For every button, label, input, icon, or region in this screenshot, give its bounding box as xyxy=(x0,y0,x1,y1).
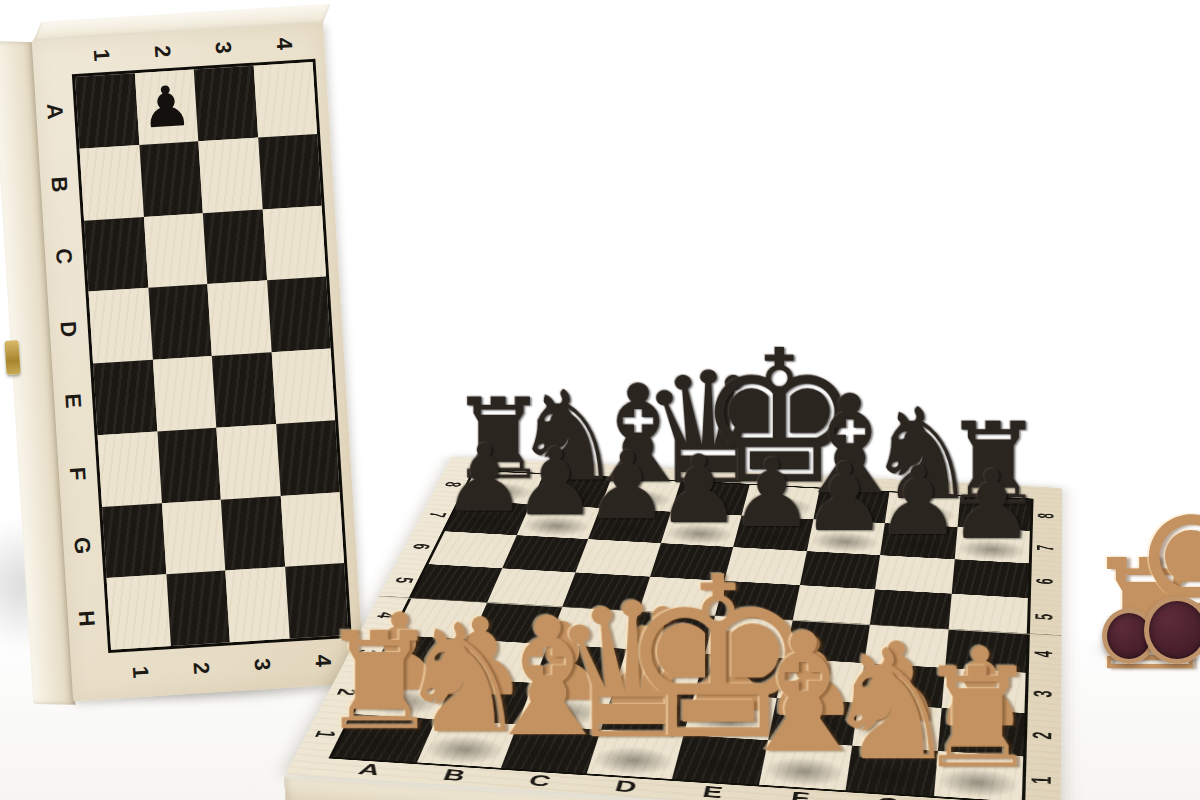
square-d8 xyxy=(671,481,750,515)
folded-side-label-a: A xyxy=(17,93,91,129)
folded-top-label-3: 3 xyxy=(206,16,240,79)
folded-bottom-label-1: 1 xyxy=(121,641,159,704)
square-f8 xyxy=(813,489,889,523)
folded-bottom-label-3: 3 xyxy=(243,633,281,696)
folded-top-label-4: 4 xyxy=(267,12,301,75)
square-f7 xyxy=(806,519,884,555)
folded-square-r2c2 xyxy=(203,209,267,284)
folded-square-r5c1 xyxy=(157,428,221,503)
folded-square-r4c1 xyxy=(152,356,216,431)
folded-side-label-b: B xyxy=(22,166,96,202)
folded-side-label-h: H xyxy=(49,600,123,636)
square-g6 xyxy=(875,555,954,593)
folded-square-r6c1 xyxy=(161,499,225,574)
folded-square-r5c2 xyxy=(216,424,280,499)
open-board-scene: ABCDEFGH 87654321 87654321 ♜♞♝♛♚♝♞♜♟♟♟♟♟… xyxy=(300,350,1140,800)
folded-square-r3c2 xyxy=(207,281,271,356)
folded-side-label-c: C xyxy=(26,238,100,274)
rank-label-left-8: 8 xyxy=(414,477,489,493)
brass-hinge xyxy=(4,340,20,375)
folded-top-label-1: 1 xyxy=(84,24,118,87)
square-g7 xyxy=(880,523,957,559)
rank-label-left-7: 7 xyxy=(398,506,475,523)
open-chess-board: ABCDEFGH 87654321 87654321 ♜♞♝♛♚♝♞♜♟♟♟♟♟… xyxy=(286,457,1063,800)
square-e8 xyxy=(742,485,820,519)
folded-square-r1c2 xyxy=(198,137,262,212)
folded-side-label-e: E xyxy=(35,383,109,419)
folded-square-r7c1 xyxy=(166,571,230,646)
rank-label-left-6: 6 xyxy=(381,538,460,555)
folded-side-label-f: F xyxy=(40,455,114,491)
square-c8 xyxy=(600,478,680,512)
folded-top-coordinates: 1234 xyxy=(70,27,315,72)
folded-square-r7c2 xyxy=(225,567,289,642)
piece-glyph: ♜ xyxy=(916,650,1039,788)
folded-square-r6c2 xyxy=(221,495,285,570)
folded-square-r3c3 xyxy=(267,277,331,352)
square-g8 xyxy=(885,492,960,527)
rank-label-left-5: 5 xyxy=(362,571,443,589)
folded-bottom-label-2: 2 xyxy=(182,637,220,700)
square-b8 xyxy=(530,474,611,507)
spare-pieces-group: ♜ ♚ xyxy=(1080,450,1200,670)
square-b7 xyxy=(516,504,600,539)
folded-square-r2c3 xyxy=(262,205,326,280)
folded-side-label-d: D xyxy=(31,310,105,346)
folded-square-r1c1 xyxy=(139,141,203,216)
photo-canvas: ♟ 1234 1234 ABCDEFGH ABCDEFGH 87654321 8… xyxy=(0,0,1200,800)
folded-square-r3c1 xyxy=(148,284,212,359)
folded-side-label-g: G xyxy=(44,527,118,563)
folded-square-r1c3 xyxy=(258,134,322,209)
folded-square-r4c2 xyxy=(212,352,276,427)
folded-top-label-2: 2 xyxy=(145,20,179,83)
folded-square-r2c1 xyxy=(143,213,207,288)
